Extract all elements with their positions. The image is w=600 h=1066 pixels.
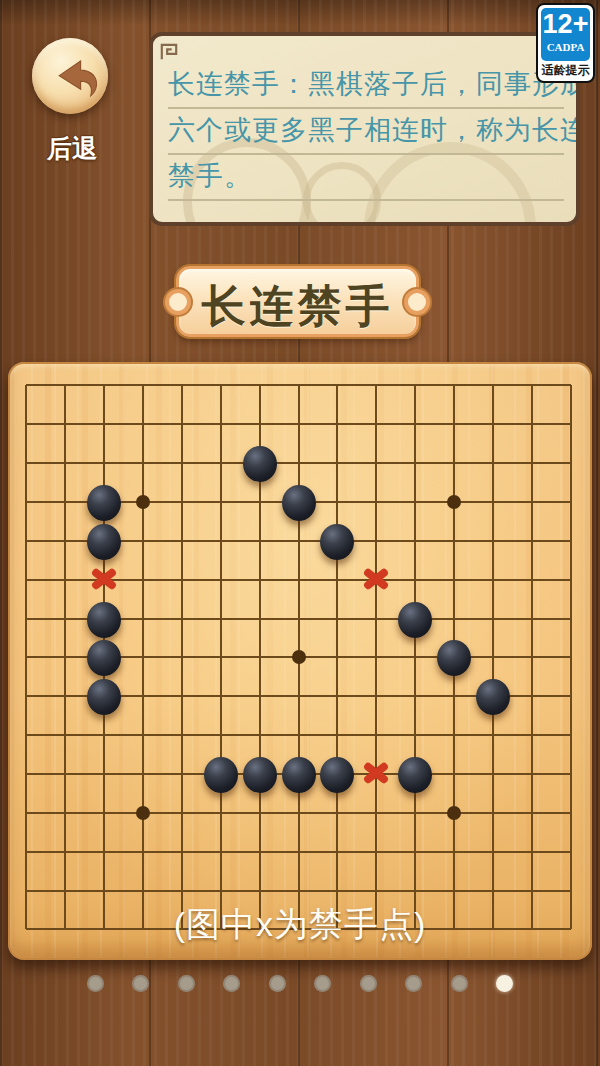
board-intersection xyxy=(85,832,124,871)
board-intersection xyxy=(396,677,435,716)
board-intersection xyxy=(512,560,551,599)
page-dot[interactable] xyxy=(87,975,104,992)
board-intersection xyxy=(163,716,202,755)
board-intersection xyxy=(163,521,202,560)
board-intersection xyxy=(163,793,202,832)
board-intersection xyxy=(7,793,46,832)
board-intersection xyxy=(551,521,590,560)
board-intersection xyxy=(435,405,474,444)
board-intersection xyxy=(46,716,85,755)
board-intersection xyxy=(318,444,357,483)
board-intersection xyxy=(435,755,474,794)
board-intersection xyxy=(85,677,124,716)
board-intersection xyxy=(7,716,46,755)
back-arrow-icon xyxy=(48,52,102,106)
board-intersection xyxy=(551,560,590,599)
board-intersection xyxy=(85,366,124,405)
board-intersection xyxy=(551,366,590,405)
black-stone xyxy=(87,485,121,521)
board-intersection xyxy=(7,521,46,560)
board-intersection xyxy=(124,405,163,444)
screen: 后退 长连禁手：黑棋落子后，同事形成 六个或更多黑子相连时，称为长连 禁手。 1… xyxy=(0,0,600,1066)
board-intersection xyxy=(124,638,163,677)
board-intersection xyxy=(46,832,85,871)
board-intersection xyxy=(201,483,240,522)
board-intersection xyxy=(551,832,590,871)
board-intersection xyxy=(124,832,163,871)
board-intersection xyxy=(124,755,163,794)
back-button-circle xyxy=(32,38,108,114)
board-intersection xyxy=(85,716,124,755)
board-intersection xyxy=(124,677,163,716)
board-intersection xyxy=(46,560,85,599)
page-dot[interactable] xyxy=(132,975,149,992)
board-intersection xyxy=(318,793,357,832)
title-banner: 长连禁手 xyxy=(176,266,419,337)
board-intersection xyxy=(240,444,279,483)
board-intersection xyxy=(551,405,590,444)
page-dot[interactable] xyxy=(405,975,422,992)
board-intersection xyxy=(201,366,240,405)
board-intersection xyxy=(201,755,240,794)
board-intersection xyxy=(279,560,318,599)
board-intersection xyxy=(512,599,551,638)
board-intersection xyxy=(551,599,590,638)
black-stone xyxy=(398,602,432,638)
board-intersection xyxy=(512,444,551,483)
page-dot[interactable] xyxy=(451,975,468,992)
board-intersection xyxy=(279,832,318,871)
board-intersection xyxy=(512,793,551,832)
board-intersection xyxy=(357,716,396,755)
board-intersection xyxy=(474,832,513,871)
board-intersection xyxy=(85,521,124,560)
age-rating-badge: 12+ CADPA 适龄提示 xyxy=(536,3,595,83)
board-intersection xyxy=(474,483,513,522)
board-intersection xyxy=(240,716,279,755)
board-intersection xyxy=(163,755,202,794)
board-intersection xyxy=(124,521,163,560)
page-indicator xyxy=(0,974,600,994)
tutorial-text-line: 长连禁手：黑棋落子后，同事形成 xyxy=(168,63,564,109)
page-dot-active[interactable] xyxy=(496,975,513,992)
board-intersection xyxy=(396,599,435,638)
board-intersection xyxy=(163,444,202,483)
tutorial-text-line: 禁手。 xyxy=(168,155,564,201)
board-intersection xyxy=(551,755,590,794)
board-intersection xyxy=(240,793,279,832)
star-point xyxy=(136,806,150,820)
board-intersection xyxy=(435,521,474,560)
board-intersection xyxy=(124,366,163,405)
board-intersection xyxy=(240,832,279,871)
black-stone xyxy=(87,679,121,715)
board-intersection xyxy=(46,444,85,483)
age-rating-org: CADPA xyxy=(541,41,590,53)
board-intersection xyxy=(279,716,318,755)
page-dot[interactable] xyxy=(269,975,286,992)
board-intersection xyxy=(85,560,124,599)
black-stone xyxy=(398,757,432,793)
board-intersection xyxy=(396,483,435,522)
forbidden-x-mark xyxy=(87,562,121,596)
board-intersection xyxy=(46,366,85,405)
board-intersection xyxy=(201,832,240,871)
board-intersection xyxy=(279,638,318,677)
board-intersection xyxy=(7,444,46,483)
board-intersection xyxy=(240,638,279,677)
black-stone xyxy=(320,524,354,560)
board-intersection xyxy=(474,638,513,677)
board-intersection xyxy=(7,832,46,871)
board-intersection xyxy=(7,755,46,794)
board-intersection xyxy=(474,793,513,832)
board-intersection xyxy=(357,599,396,638)
board-intersection xyxy=(318,677,357,716)
board-intersection xyxy=(474,366,513,405)
star-point xyxy=(136,495,150,509)
age-rating-value: 12+ xyxy=(541,8,590,41)
board-intersection xyxy=(396,521,435,560)
page-dot[interactable] xyxy=(314,975,331,992)
board-grid xyxy=(7,366,590,949)
board-intersection xyxy=(7,366,46,405)
board-intersection xyxy=(163,560,202,599)
board-intersection xyxy=(201,716,240,755)
board-intersection xyxy=(357,560,396,599)
board-intersection xyxy=(435,793,474,832)
black-stone xyxy=(204,757,238,793)
board-intersection xyxy=(318,405,357,444)
board-intersection xyxy=(201,560,240,599)
board-intersection xyxy=(163,483,202,522)
board-intersection xyxy=(85,793,124,832)
black-stone xyxy=(320,757,354,793)
board-intersection xyxy=(551,677,590,716)
board-intersection xyxy=(124,483,163,522)
board-intersection xyxy=(551,793,590,832)
board-intersection xyxy=(474,444,513,483)
board-intersection xyxy=(124,444,163,483)
board-intersection xyxy=(46,755,85,794)
board-intersection xyxy=(551,444,590,483)
board-intersection xyxy=(163,405,202,444)
board-intersection xyxy=(512,521,551,560)
board-intersection xyxy=(7,599,46,638)
board-intersection xyxy=(357,405,396,444)
black-stone xyxy=(437,640,471,676)
board-intersection xyxy=(396,638,435,677)
tutorial-text-line: 六个或更多黑子相连时，称为长连 xyxy=(168,109,564,155)
star-point xyxy=(447,806,461,820)
board-intersection xyxy=(318,521,357,560)
board-intersection xyxy=(474,677,513,716)
board-intersection xyxy=(512,483,551,522)
board-intersection xyxy=(201,677,240,716)
board-intersection xyxy=(46,793,85,832)
board-intersection xyxy=(435,483,474,522)
board-intersection xyxy=(357,483,396,522)
page-dot[interactable] xyxy=(178,975,195,992)
board-intersection xyxy=(240,677,279,716)
board-intersection xyxy=(357,832,396,871)
board-intersection xyxy=(435,560,474,599)
black-stone xyxy=(476,679,510,715)
board-intersection xyxy=(512,832,551,871)
board-intersection xyxy=(435,832,474,871)
star-point xyxy=(447,495,461,509)
board-intersection xyxy=(279,405,318,444)
board-intersection xyxy=(201,444,240,483)
black-stone xyxy=(87,640,121,676)
board-intersection xyxy=(201,793,240,832)
board-intersection xyxy=(240,599,279,638)
board-intersection xyxy=(279,677,318,716)
board-intersection xyxy=(512,755,551,794)
board-intersection xyxy=(512,366,551,405)
board-intersection xyxy=(474,560,513,599)
black-stone xyxy=(87,524,121,560)
age-rating-panel: 12+ CADPA xyxy=(541,8,590,61)
game-board xyxy=(8,362,592,960)
board-intersection xyxy=(318,599,357,638)
board-intersection xyxy=(279,366,318,405)
board-intersection xyxy=(474,599,513,638)
page-dot[interactable] xyxy=(360,975,377,992)
board-intersection xyxy=(318,366,357,405)
board-intersection xyxy=(396,716,435,755)
board-intersection xyxy=(318,755,357,794)
board-intersection xyxy=(318,560,357,599)
board-intersection xyxy=(396,755,435,794)
board-intersection xyxy=(201,521,240,560)
board-intersection xyxy=(279,444,318,483)
board-intersection xyxy=(85,638,124,677)
board-intersection xyxy=(85,483,124,522)
board-intersection xyxy=(7,405,46,444)
board-intersection xyxy=(396,366,435,405)
board-intersection xyxy=(357,793,396,832)
black-stone xyxy=(282,757,316,793)
board-intersection xyxy=(396,405,435,444)
board-intersection xyxy=(435,366,474,405)
board-intersection xyxy=(7,483,46,522)
board-intersection xyxy=(163,638,202,677)
board-intersection xyxy=(357,677,396,716)
board-intersection xyxy=(435,599,474,638)
tutorial-text-box: 长连禁手：黑棋落子后，同事形成 六个或更多黑子相连时，称为长连 禁手。 xyxy=(149,32,580,226)
forbidden-x-mark xyxy=(359,756,393,790)
board-intersection xyxy=(396,832,435,871)
board-intersection xyxy=(279,793,318,832)
board-intersection xyxy=(163,677,202,716)
board-intersection xyxy=(46,483,85,522)
board-intersection xyxy=(124,793,163,832)
board-intersection xyxy=(46,521,85,560)
board-intersection xyxy=(240,521,279,560)
page-title: 长连禁手 xyxy=(179,277,416,336)
board-intersection xyxy=(7,560,46,599)
age-rating-caption: 适龄提示 xyxy=(538,62,593,79)
board-intersection xyxy=(46,599,85,638)
corner-ornament-icon xyxy=(160,43,178,61)
board-intersection xyxy=(474,521,513,560)
board-intersection xyxy=(240,560,279,599)
board-intersection xyxy=(201,405,240,444)
board-intersection xyxy=(85,755,124,794)
board-intersection xyxy=(357,521,396,560)
board-intersection xyxy=(240,483,279,522)
board-intersection xyxy=(163,832,202,871)
board-intersection xyxy=(435,444,474,483)
board-intersection xyxy=(7,638,46,677)
board-intersection xyxy=(240,405,279,444)
board-intersection xyxy=(474,405,513,444)
board-intersection xyxy=(512,677,551,716)
board-intersection xyxy=(46,405,85,444)
board-intersection xyxy=(279,599,318,638)
board-intersection xyxy=(357,638,396,677)
board-intersection xyxy=(240,755,279,794)
page-dot[interactable] xyxy=(223,975,240,992)
board-intersection xyxy=(551,716,590,755)
board-intersection xyxy=(201,638,240,677)
board-intersection xyxy=(46,638,85,677)
board-intersection xyxy=(396,560,435,599)
board-intersection xyxy=(318,483,357,522)
board-intersection xyxy=(474,716,513,755)
board-intersection xyxy=(163,366,202,405)
board-intersection xyxy=(85,444,124,483)
board-intersection xyxy=(124,599,163,638)
board-caption: (图中x为禁手点) xyxy=(0,902,600,948)
board-intersection xyxy=(512,638,551,677)
board-intersection xyxy=(512,716,551,755)
board-intersection xyxy=(396,444,435,483)
board-intersection xyxy=(279,755,318,794)
board-intersection xyxy=(279,483,318,522)
board-intersection xyxy=(85,405,124,444)
black-stone xyxy=(243,757,277,793)
star-point xyxy=(292,650,306,664)
forbidden-x-mark xyxy=(359,562,393,596)
board-intersection xyxy=(240,366,279,405)
board-intersection xyxy=(124,560,163,599)
board-intersection xyxy=(435,716,474,755)
board-intersection xyxy=(163,599,202,638)
black-stone xyxy=(282,485,316,521)
board-intersection xyxy=(474,755,513,794)
board-intersection xyxy=(318,638,357,677)
board-intersection xyxy=(201,599,240,638)
black-stone xyxy=(243,446,277,482)
board-intersection xyxy=(551,638,590,677)
tutorial-text: 长连禁手：黑棋落子后，同事形成 六个或更多黑子相连时，称为长连 禁手。 xyxy=(168,63,564,201)
board-intersection xyxy=(318,716,357,755)
back-button[interactable]: 后退 xyxy=(26,34,118,134)
board-intersection xyxy=(551,483,590,522)
black-stone xyxy=(87,602,121,638)
board-intersection xyxy=(279,521,318,560)
board-intersection xyxy=(46,677,85,716)
board-intersection xyxy=(7,677,46,716)
board-intersection xyxy=(357,366,396,405)
board-intersection xyxy=(124,716,163,755)
board-intersection xyxy=(357,444,396,483)
board-intersection xyxy=(512,405,551,444)
board-intersection xyxy=(357,755,396,794)
board-intersection xyxy=(435,638,474,677)
board-intersection xyxy=(435,677,474,716)
back-button-label: 后退 xyxy=(26,132,118,165)
board-intersection xyxy=(318,832,357,871)
board-intersection xyxy=(396,793,435,832)
board-intersection xyxy=(85,599,124,638)
